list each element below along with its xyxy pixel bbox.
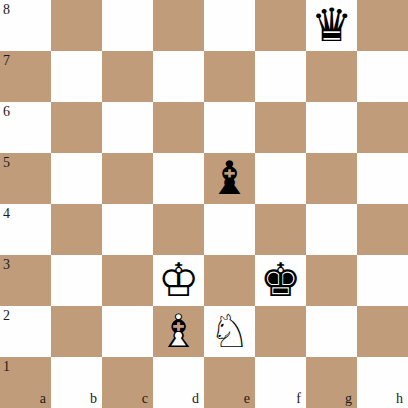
square-h7[interactable]: [357, 51, 408, 102]
white-knight[interactable]: ♞♘: [204, 306, 255, 357]
square-h1[interactable]: h: [357, 357, 408, 408]
file-label-e: e: [244, 392, 250, 406]
square-c8[interactable]: [102, 0, 153, 51]
square-f2[interactable]: [255, 306, 306, 357]
rank-label-5: 5: [3, 156, 10, 170]
square-d1[interactable]: d: [153, 357, 204, 408]
square-g1[interactable]: g: [306, 357, 357, 408]
square-h2[interactable]: [357, 306, 408, 357]
square-d4[interactable]: [153, 204, 204, 255]
square-h5[interactable]: [357, 153, 408, 204]
square-c7[interactable]: [102, 51, 153, 102]
square-h8[interactable]: [357, 0, 408, 51]
square-a7[interactable]: 7: [0, 51, 51, 102]
rank-label-7: 7: [3, 54, 10, 68]
rank-label-6: 6: [3, 105, 10, 119]
black-queen[interactable]: ♛: [306, 0, 357, 51]
square-a4[interactable]: 4: [0, 204, 51, 255]
file-label-b: b: [90, 392, 97, 406]
square-a1[interactable]: 1a: [0, 357, 51, 408]
white-piece-outline: ♔: [153, 255, 204, 306]
square-a5[interactable]: 5: [0, 153, 51, 204]
square-g5[interactable]: [306, 153, 357, 204]
square-e6[interactable]: [204, 102, 255, 153]
square-f1[interactable]: f: [255, 357, 306, 408]
square-e2[interactable]: ♞♘: [204, 306, 255, 357]
square-d2[interactable]: ♝♗: [153, 306, 204, 357]
square-d8[interactable]: [153, 0, 204, 51]
square-f5[interactable]: [255, 153, 306, 204]
square-e3[interactable]: [204, 255, 255, 306]
chess-board-wrap: 8♛765♝43♚♔♚2♝♗♞♘1abcdefgh: [0, 0, 408, 408]
rank-label-2: 2: [3, 309, 10, 323]
square-c3[interactable]: [102, 255, 153, 306]
square-e4[interactable]: [204, 204, 255, 255]
file-label-d: d: [192, 392, 199, 406]
white-bishop[interactable]: ♝♗: [153, 306, 204, 357]
chess-board: 8♛765♝43♚♔♚2♝♗♞♘1abcdefgh: [0, 0, 408, 408]
square-b5[interactable]: [51, 153, 102, 204]
rank-label-1: 1: [3, 360, 10, 374]
square-f3[interactable]: ♚: [255, 255, 306, 306]
white-piece-outline: ♘: [204, 306, 255, 357]
square-b2[interactable]: [51, 306, 102, 357]
square-b8[interactable]: [51, 0, 102, 51]
white-piece-outline: ♗: [153, 306, 204, 357]
file-label-f: f: [296, 392, 301, 406]
square-c4[interactable]: [102, 204, 153, 255]
square-f8[interactable]: [255, 0, 306, 51]
black-piece-glyph: ♝: [204, 153, 255, 204]
square-b4[interactable]: [51, 204, 102, 255]
square-d5[interactable]: [153, 153, 204, 204]
square-c1[interactable]: c: [102, 357, 153, 408]
square-a2[interactable]: 2: [0, 306, 51, 357]
file-label-c: c: [142, 392, 148, 406]
white-king[interactable]: ♚♔: [153, 255, 204, 306]
black-piece-glyph: ♛: [306, 0, 357, 51]
square-e1[interactable]: e: [204, 357, 255, 408]
square-h6[interactable]: [357, 102, 408, 153]
square-f7[interactable]: [255, 51, 306, 102]
square-g7[interactable]: [306, 51, 357, 102]
file-label-a: a: [40, 392, 46, 406]
square-e8[interactable]: [204, 0, 255, 51]
square-c5[interactable]: [102, 153, 153, 204]
square-b3[interactable]: [51, 255, 102, 306]
square-g8[interactable]: ♛: [306, 0, 357, 51]
square-f6[interactable]: [255, 102, 306, 153]
file-label-g: g: [345, 392, 352, 406]
file-label-h: h: [396, 392, 403, 406]
square-d3[interactable]: ♚♔: [153, 255, 204, 306]
rank-label-8: 8: [3, 3, 10, 17]
square-h4[interactable]: [357, 204, 408, 255]
square-h3[interactable]: [357, 255, 408, 306]
square-a3[interactable]: 3: [0, 255, 51, 306]
square-a8[interactable]: 8: [0, 0, 51, 51]
square-e7[interactable]: [204, 51, 255, 102]
rank-label-4: 4: [3, 207, 10, 221]
square-g4[interactable]: [306, 204, 357, 255]
square-d6[interactable]: [153, 102, 204, 153]
square-b1[interactable]: b: [51, 357, 102, 408]
square-b7[interactable]: [51, 51, 102, 102]
square-e5[interactable]: ♝: [204, 153, 255, 204]
square-a6[interactable]: 6: [0, 102, 51, 153]
square-d7[interactable]: [153, 51, 204, 102]
black-king[interactable]: ♚: [255, 255, 306, 306]
square-g6[interactable]: [306, 102, 357, 153]
square-g2[interactable]: [306, 306, 357, 357]
black-bishop[interactable]: ♝: [204, 153, 255, 204]
rank-label-3: 3: [3, 258, 10, 272]
square-c6[interactable]: [102, 102, 153, 153]
square-g3[interactable]: [306, 255, 357, 306]
square-c2[interactable]: [102, 306, 153, 357]
black-piece-glyph: ♚: [255, 255, 306, 306]
square-b6[interactable]: [51, 102, 102, 153]
square-f4[interactable]: [255, 204, 306, 255]
